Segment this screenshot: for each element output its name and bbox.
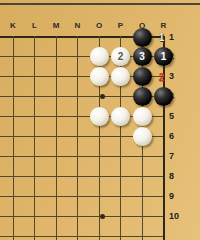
black-stone-r4[interactable]	[154, 87, 173, 106]
row-label-10: 10	[169, 211, 195, 222]
grid-vline-col-M	[56, 36, 57, 240]
column-label-P: P	[111, 20, 131, 32]
white-stone-q6[interactable]	[133, 127, 152, 146]
grid-hline-row-7	[0, 156, 165, 157]
white-stone-q5[interactable]	[133, 107, 152, 126]
grid-vline-col-L	[34, 36, 35, 240]
white-stone-p5[interactable]	[111, 107, 130, 126]
move-number-1-r2: 1	[154, 47, 173, 66]
grid-hline-row-11	[0, 236, 165, 237]
white-stone-o5[interactable]	[90, 107, 109, 126]
row-label-9: 9	[169, 191, 195, 202]
row-label-5: 5	[169, 111, 195, 122]
go-board-diagram[interactable]: KLMNOPQR1234567891031212	[0, 0, 200, 240]
black-stone-q4[interactable]	[133, 87, 152, 106]
black-stone-q1[interactable]	[133, 28, 152, 47]
column-label-O: O	[89, 20, 109, 32]
black-stone-r2[interactable]: 1	[154, 47, 173, 66]
star-point-O4	[100, 94, 105, 99]
row-label-7: 7	[169, 151, 195, 162]
row-label-1: 1	[169, 32, 195, 43]
grid-vline-col-K	[13, 36, 14, 240]
white-stone-o3[interactable]	[90, 67, 109, 86]
grid-hline-row-8	[0, 176, 165, 177]
empty-point-label-1-r1: 1	[155, 31, 169, 45]
column-label-N: N	[68, 20, 88, 32]
move-number-3-q2: 3	[133, 47, 152, 66]
empty-point-label-2-r3: 2	[155, 71, 169, 85]
row-label-6: 6	[169, 131, 195, 142]
white-stone-p3[interactable]	[111, 67, 130, 86]
column-label-K: K	[3, 20, 23, 32]
black-stone-q2[interactable]: 3	[133, 47, 152, 66]
grid-hline-row-9	[0, 196, 165, 197]
grid-hline-row-10	[0, 216, 165, 217]
grid-vline-col-N	[77, 36, 78, 240]
black-stone-q3[interactable]	[133, 67, 152, 86]
star-point-O10	[100, 214, 105, 219]
move-number-2-p2: 2	[111, 47, 130, 66]
white-stone-p2[interactable]: 2	[111, 47, 130, 66]
row-label-8: 8	[169, 171, 195, 182]
column-label-L: L	[25, 20, 45, 32]
grid-vline-col-R	[163, 36, 165, 240]
white-stone-o2[interactable]	[90, 47, 109, 66]
row-label-3: 3	[169, 71, 195, 82]
top-border-line	[0, 3, 200, 5]
column-label-M: M	[46, 20, 66, 32]
